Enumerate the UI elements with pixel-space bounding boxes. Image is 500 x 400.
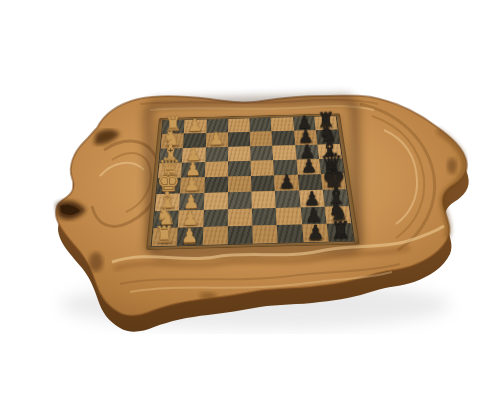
- board-scene: ♜♟♟♜♞♟♟♞♝♟♟♝♛♟♟♛♚♟♟♚♝♟♟♝♞♟♟♞♜♟♟♜: [146, 113, 360, 250]
- wood-knot: [199, 292, 217, 300]
- square-h8[interactable]: ♜: [326, 223, 353, 242]
- square-g5[interactable]: [252, 208, 277, 226]
- square-h5[interactable]: [252, 225, 278, 244]
- square-e4[interactable]: [228, 176, 252, 192]
- wood-knot: [447, 158, 457, 174]
- square-h2[interactable]: ♟: [177, 227, 203, 246]
- square-d4[interactable]: [228, 161, 251, 177]
- black-rook: ♜: [322, 219, 360, 243]
- square-a5[interactable]: [249, 118, 271, 132]
- square-f4[interactable]: [228, 192, 252, 209]
- square-g4[interactable]: [228, 208, 253, 226]
- square-f5[interactable]: [251, 191, 276, 208]
- chess-board: ♜♟♟♜♞♟♟♞♝♟♟♝♛♟♟♛♚♟♟♚♝♟♟♝♞♟♟♞♜♟♟♜: [150, 67, 351, 284]
- board-frame: ♜♟♟♜♞♟♟♞♝♟♟♝♛♟♟♛♚♟♟♚♝♟♟♝♞♟♟♞♜♟♟♜: [146, 113, 360, 250]
- wood-knot: [89, 252, 103, 272]
- square-h4[interactable]: [228, 226, 253, 245]
- white-pawn: ♟: [171, 226, 208, 247]
- square-c4[interactable]: [228, 146, 251, 161]
- square-c5[interactable]: [250, 146, 273, 161]
- square-b5[interactable]: [250, 131, 273, 146]
- product-photo: ♜♟♟♜♞♟♟♞♝♟♟♝♛♟♟♛♚♟♟♚♝♟♟♝♞♟♟♞♜♟♟♜: [0, 0, 500, 400]
- chess-grid: ♜♟♟♜♞♟♟♞♝♟♟♝♛♟♟♛♚♟♟♚♝♟♟♝♞♟♟♞♜♟♟♜: [151, 116, 355, 247]
